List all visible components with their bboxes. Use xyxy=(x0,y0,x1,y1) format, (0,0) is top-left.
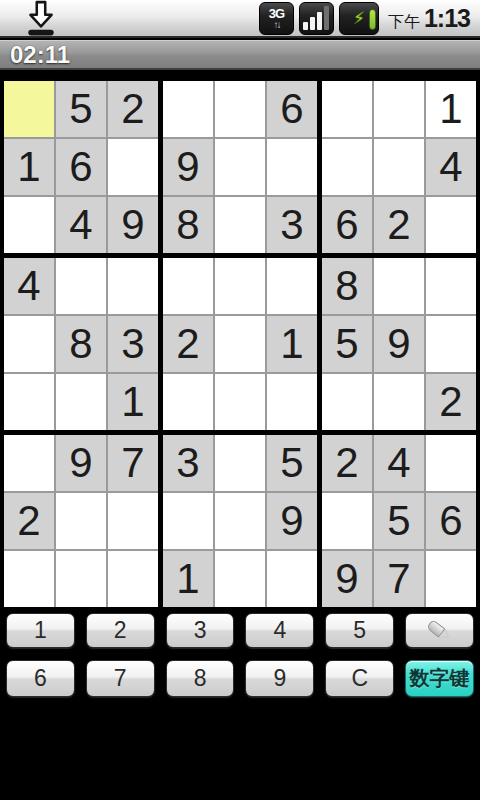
number-key-9[interactable]: 9 xyxy=(245,660,314,697)
battery-charge-level xyxy=(369,9,376,30)
cell-r2c7[interactable] xyxy=(322,139,372,195)
cell-r4c8[interactable] xyxy=(374,258,424,314)
cell-r7c6[interactable]: 5 xyxy=(267,435,317,491)
cell-r7c1[interactable] xyxy=(4,435,54,491)
cell-r6c8[interactable] xyxy=(374,374,424,430)
cell-r6c4[interactable] xyxy=(163,374,213,430)
cell-r7c3[interactable]: 7 xyxy=(108,435,158,491)
cell-r5c6[interactable]: 1 xyxy=(267,316,317,372)
cell-r6c1[interactable] xyxy=(4,374,54,430)
box-4: 4831 xyxy=(4,258,158,430)
cell-r8c1[interactable]: 2 xyxy=(4,493,54,549)
cell-r7c5[interactable] xyxy=(215,435,265,491)
cell-r8c6[interactable]: 9 xyxy=(267,493,317,549)
cell-r4c3[interactable] xyxy=(108,258,158,314)
number-key-1[interactable]: 1 xyxy=(6,613,75,648)
cell-r9c8[interactable]: 7 xyxy=(374,551,424,607)
cell-r8c2[interactable] xyxy=(56,493,106,549)
cell-r8c9[interactable]: 6 xyxy=(426,493,476,549)
number-key-2[interactable]: 2 xyxy=(86,613,155,648)
cell-r2c5[interactable] xyxy=(215,139,265,195)
cell-r1c3[interactable]: 2 xyxy=(108,81,158,137)
cell-r4c5[interactable] xyxy=(215,258,265,314)
box-6: 8592 xyxy=(322,258,476,430)
cell-r2c1[interactable]: 1 xyxy=(4,139,54,195)
cell-r2c8[interactable] xyxy=(374,139,424,195)
cell-r3c9[interactable] xyxy=(426,197,476,253)
cell-r1c7[interactable] xyxy=(322,81,372,137)
clock-time: 1:13 xyxy=(424,4,470,33)
status-clock: 下午 1:13 xyxy=(388,4,470,33)
cell-r5c9[interactable] xyxy=(426,316,476,372)
cell-r3c2[interactable]: 4 xyxy=(56,197,106,253)
cell-r5c5[interactable] xyxy=(215,316,265,372)
pencil-icon xyxy=(426,618,454,643)
number-key-3[interactable]: 3 xyxy=(166,613,235,648)
signal-strength-icon xyxy=(299,2,334,35)
cell-r8c7[interactable] xyxy=(322,493,372,549)
cell-r3c8[interactable]: 2 xyxy=(374,197,424,253)
cell-r7c2[interactable]: 9 xyxy=(56,435,106,491)
cell-r6c3[interactable]: 1 xyxy=(108,374,158,430)
box-8: 3591 xyxy=(163,435,317,607)
clock-period: 下午 xyxy=(388,12,420,33)
cell-r9c6[interactable] xyxy=(267,551,317,607)
cell-r1c2[interactable]: 5 xyxy=(56,81,106,137)
cell-r1c8[interactable] xyxy=(374,81,424,137)
cell-r2c9[interactable]: 4 xyxy=(426,139,476,195)
cell-r8c8[interactable]: 5 xyxy=(374,493,424,549)
box-2: 6983 xyxy=(163,81,317,253)
mobile-data-3g-icon: 3G ↑↓ xyxy=(259,2,294,35)
number-keys-toggle-button[interactable]: 数字键 xyxy=(405,660,474,697)
cell-r4c6[interactable] xyxy=(267,258,317,314)
timer-bar: 02:11 xyxy=(0,40,480,70)
cell-r2c6[interactable] xyxy=(267,139,317,195)
status-bar: 3G ↑↓ ⚡ 下午 1:13 xyxy=(0,0,480,38)
cell-r7c4[interactable]: 3 xyxy=(163,435,213,491)
cell-r1c9[interactable]: 1 xyxy=(426,81,476,137)
lightning-bolt-icon: ⚡ xyxy=(353,10,365,27)
cell-r9c5[interactable] xyxy=(215,551,265,607)
cell-r6c2[interactable] xyxy=(56,374,106,430)
cell-r3c4[interactable]: 8 xyxy=(163,197,213,253)
cell-r5c2[interactable]: 8 xyxy=(56,316,106,372)
box-5: 21 xyxy=(163,258,317,430)
cell-r4c1[interactable]: 4 xyxy=(4,258,54,314)
3g-label: 3G xyxy=(269,7,284,20)
cell-r9c3[interactable] xyxy=(108,551,158,607)
cell-r9c9[interactable] xyxy=(426,551,476,607)
cell-r3c1[interactable] xyxy=(4,197,54,253)
status-icons: 3G ↑↓ ⚡ 下午 1:13 xyxy=(259,2,480,35)
cell-r4c7[interactable]: 8 xyxy=(322,258,372,314)
cell-r5c8[interactable]: 9 xyxy=(374,316,424,372)
clear-key[interactable]: C xyxy=(325,660,394,697)
cell-r4c9[interactable] xyxy=(426,258,476,314)
cell-r9c7[interactable]: 9 xyxy=(322,551,372,607)
cell-r3c5[interactable] xyxy=(215,197,265,253)
cell-r3c7[interactable]: 6 xyxy=(322,197,372,253)
number-key-5[interactable]: 5 xyxy=(325,613,394,648)
cell-r2c3[interactable] xyxy=(108,139,158,195)
number-key-4[interactable]: 4 xyxy=(245,613,314,648)
cell-r7c9[interactable] xyxy=(426,435,476,491)
cell-r3c3[interactable]: 9 xyxy=(108,197,158,253)
cell-r8c4[interactable] xyxy=(163,493,213,549)
number-key-8[interactable]: 8 xyxy=(166,660,235,697)
cell-r1c1[interactable] xyxy=(4,81,54,137)
keypad-row-1: 1 2 3 4 5 xyxy=(0,613,480,648)
cell-r8c5[interactable] xyxy=(215,493,265,549)
cell-r9c2[interactable] xyxy=(56,551,106,607)
box-1: 521649 xyxy=(4,81,158,253)
cell-r6c7[interactable] xyxy=(322,374,372,430)
cell-r5c4[interactable]: 2 xyxy=(163,316,213,372)
cell-r6c9[interactable]: 2 xyxy=(426,374,476,430)
cell-r5c3[interactable]: 3 xyxy=(108,316,158,372)
cell-r2c2[interactable]: 6 xyxy=(56,139,106,195)
download-icon xyxy=(24,0,58,36)
data-updown-arrows-icon: ↑↓ xyxy=(273,20,279,30)
cell-r5c1[interactable] xyxy=(4,316,54,372)
battery-charging-icon: ⚡ xyxy=(339,2,379,35)
number-key-6[interactable]: 6 xyxy=(6,660,75,697)
keypad-row-2: 6 7 8 9 C 数字键 xyxy=(0,660,480,697)
cell-r5c7[interactable]: 5 xyxy=(322,316,372,372)
cell-r6c5[interactable] xyxy=(215,374,265,430)
sudoku-board: 5216496983146248312185929723591245697 xyxy=(0,77,480,611)
cell-r9c4[interactable]: 1 xyxy=(163,551,213,607)
timer-value: 02:11 xyxy=(10,41,70,69)
box-9: 245697 xyxy=(322,435,476,607)
pencil-mode-button[interactable] xyxy=(405,613,474,648)
cell-r1c5[interactable] xyxy=(215,81,265,137)
cell-r8c3[interactable] xyxy=(108,493,158,549)
number-key-7[interactable]: 7 xyxy=(86,660,155,697)
cell-r1c4[interactable] xyxy=(163,81,213,137)
signal-bars xyxy=(303,6,329,30)
cell-r6c6[interactable] xyxy=(267,374,317,430)
cell-r7c8[interactable]: 4 xyxy=(374,435,424,491)
cell-r3c6[interactable]: 3 xyxy=(267,197,317,253)
cell-r9c1[interactable] xyxy=(4,551,54,607)
box-7: 972 xyxy=(4,435,158,607)
cell-r4c2[interactable] xyxy=(56,258,106,314)
cell-r1c6[interactable]: 6 xyxy=(267,81,317,137)
cell-r2c4[interactable]: 9 xyxy=(163,139,213,195)
cell-r7c7[interactable]: 2 xyxy=(322,435,372,491)
cell-r4c4[interactable] xyxy=(163,258,213,314)
box-3: 1462 xyxy=(322,81,476,253)
